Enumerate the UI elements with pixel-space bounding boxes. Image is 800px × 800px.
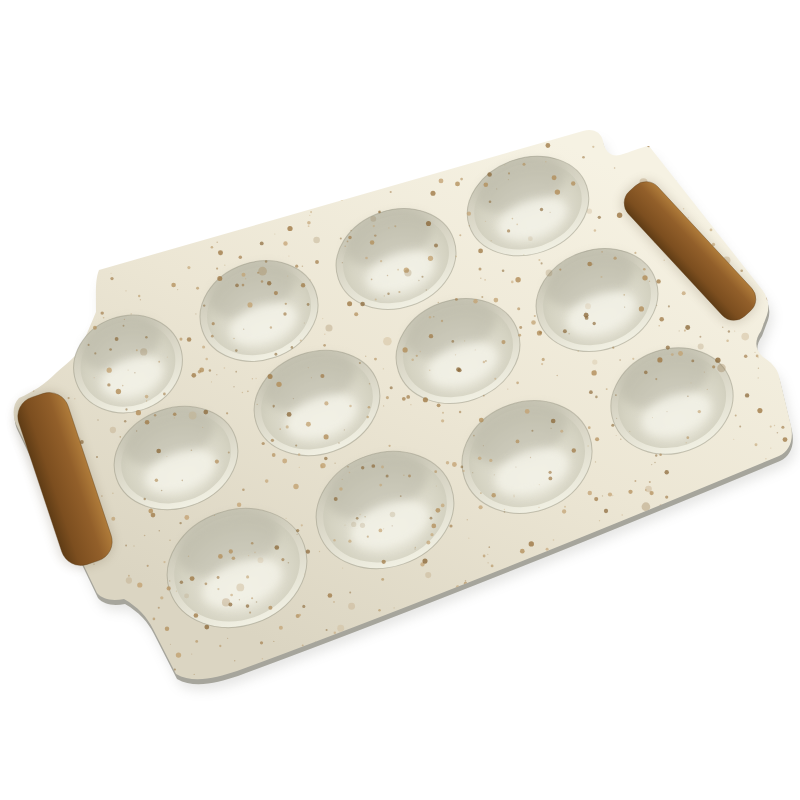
muffin-tray-photo: Angled product photo of a cream speckled… xyxy=(0,0,800,800)
photo-background: Angled product photo of a cream speckled… xyxy=(0,0,800,800)
